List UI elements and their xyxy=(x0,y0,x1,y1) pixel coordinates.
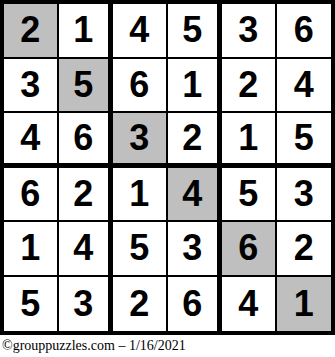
cell-r1c5: 3 xyxy=(222,4,277,59)
cell-r6c1: 5 xyxy=(4,277,59,332)
footer: ©grouppuzzles.com – 1/16/2021 xyxy=(0,335,335,357)
copyright-credit: ©grouppuzzles.com – 1/16/2021 xyxy=(0,338,186,354)
cell-r3c2: 6 xyxy=(59,113,114,168)
cell-r3c5: 1 xyxy=(222,113,277,168)
cell-r4c3: 1 xyxy=(113,168,168,223)
cell-r2c6: 4 xyxy=(277,59,332,114)
cell-r5c1: 1 xyxy=(4,222,59,277)
cell-r2c5: 2 xyxy=(222,59,277,114)
cell-r1c6: 6 xyxy=(277,4,332,59)
cell-r3c4: 2 xyxy=(168,113,223,168)
cell-r1c3: 4 xyxy=(113,4,168,59)
cell-r6c2: 3 xyxy=(59,277,114,332)
cell-r5c2: 4 xyxy=(59,222,114,277)
cell-r3c1: 4 xyxy=(4,113,59,168)
cell-r6c3: 2 xyxy=(113,277,168,332)
puzzle-page: 214536356124463215621453145362532641 ©gr… xyxy=(0,0,335,357)
cell-r2c4: 1 xyxy=(168,59,223,114)
cell-r2c1: 3 xyxy=(4,59,59,114)
cell-r4c2: 2 xyxy=(59,168,114,223)
cell-r3c3: 3 xyxy=(113,113,168,168)
cell-r2c2: 5 xyxy=(59,59,114,114)
cell-r1c1: 2 xyxy=(4,4,59,59)
cell-r4c4: 4 xyxy=(168,168,223,223)
cell-r5c4: 3 xyxy=(168,222,223,277)
cell-r6c6: 1 xyxy=(277,277,332,332)
cell-r2c3: 6 xyxy=(113,59,168,114)
cell-r5c5: 6 xyxy=(222,222,277,277)
cell-r5c3: 5 xyxy=(113,222,168,277)
cell-r1c2: 1 xyxy=(59,4,114,59)
cell-r4c6: 3 xyxy=(277,168,332,223)
cell-r6c5: 4 xyxy=(222,277,277,332)
cell-r5c6: 2 xyxy=(277,222,332,277)
cell-r1c4: 5 xyxy=(168,4,223,59)
sudoku6-board: 214536356124463215621453145362532641 xyxy=(0,0,335,335)
cell-r3c6: 5 xyxy=(277,113,332,168)
cell-r4c5: 5 xyxy=(222,168,277,223)
cell-r4c1: 6 xyxy=(4,168,59,223)
cell-r6c4: 6 xyxy=(168,277,223,332)
